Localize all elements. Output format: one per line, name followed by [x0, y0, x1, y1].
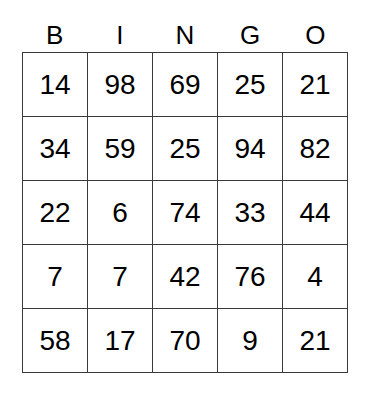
bingo-cell-r3c1[interactable]: 22	[23, 181, 88, 245]
bingo-cell-r2c3[interactable]: 25	[153, 117, 218, 181]
bingo-cell-r4c3[interactable]: 42	[153, 245, 218, 309]
bingo-cell-r5c4[interactable]: 9	[218, 309, 283, 373]
bingo-cell-r4c4[interactable]: 76	[218, 245, 283, 309]
bingo-cell-r3c4[interactable]: 33	[218, 181, 283, 245]
bingo-cell-r2c1[interactable]: 34	[23, 117, 88, 181]
bingo-cell-r1c4[interactable]: 25	[218, 53, 283, 117]
bingo-cell-r4c5[interactable]: 4	[283, 245, 348, 309]
bingo-cell-r1c3[interactable]: 69	[153, 53, 218, 117]
bingo-cell-r5c3[interactable]: 70	[153, 309, 218, 373]
bingo-cell-r1c5[interactable]: 21	[283, 53, 348, 117]
header-letter-g: G	[218, 18, 283, 52]
bingo-card: B I N G O 14 98 69 25 21 34 59 25 94 82 …	[22, 18, 348, 373]
bingo-cell-r2c2[interactable]: 59	[88, 117, 153, 181]
bingo-cell-r4c1[interactable]: 7	[23, 245, 88, 309]
bingo-cell-r3c2[interactable]: 6	[88, 181, 153, 245]
bingo-cell-r3c5[interactable]: 44	[283, 181, 348, 245]
bingo-cell-r5c5[interactable]: 21	[283, 309, 348, 373]
header-letter-o: O	[283, 18, 348, 52]
header-letter-b: B	[22, 18, 87, 52]
bingo-cell-r5c1[interactable]: 58	[23, 309, 88, 373]
bingo-grid: 14 98 69 25 21 34 59 25 94 82 22 6 74 33…	[22, 52, 348, 373]
bingo-cell-r2c4[interactable]: 94	[218, 117, 283, 181]
bingo-header: B I N G O	[22, 18, 348, 52]
header-letter-n: N	[152, 18, 217, 52]
header-letter-i: I	[87, 18, 152, 52]
bingo-cell-r5c2[interactable]: 17	[88, 309, 153, 373]
bingo-cell-r1c1[interactable]: 14	[23, 53, 88, 117]
bingo-cell-r4c2[interactable]: 7	[88, 245, 153, 309]
bingo-cell-r1c2[interactable]: 98	[88, 53, 153, 117]
bingo-cell-r3c3[interactable]: 74	[153, 181, 218, 245]
bingo-cell-r2c5[interactable]: 82	[283, 117, 348, 181]
